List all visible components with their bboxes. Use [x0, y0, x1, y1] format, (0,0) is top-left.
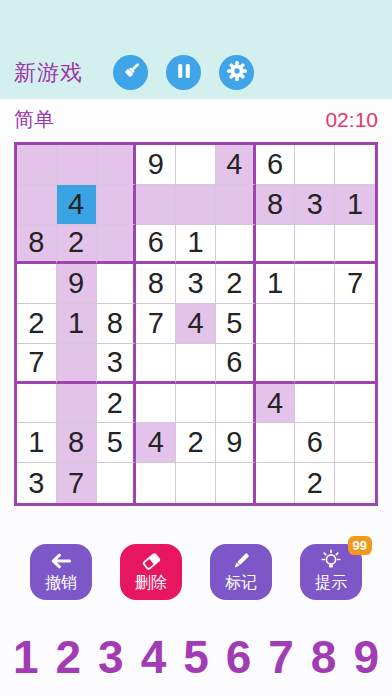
sudoku-cell-r7c5[interactable] — [176, 384, 216, 424]
sudoku-cell-r7c7[interactable]: 4 — [256, 384, 296, 424]
gear-icon — [226, 60, 248, 85]
paintbrush-icon — [120, 60, 142, 85]
sudoku-cell-r8c7[interactable] — [256, 423, 296, 463]
sudoku-cell-r4c4[interactable]: 8 — [136, 264, 176, 304]
timer-label: 02:10 — [325, 108, 378, 132]
sudoku-cell-r5c1[interactable]: 2 — [17, 304, 57, 344]
info-bar: 简单 02:10 — [0, 99, 392, 140]
sudoku-cell-r6c9[interactable] — [335, 344, 375, 384]
sudoku-cell-r3c4[interactable]: 6 — [136, 225, 176, 265]
sudoku-cell-r1c4[interactable]: 9 — [136, 145, 176, 185]
hint-label: 提示 — [315, 573, 347, 594]
sudoku-cell-r6c2[interactable] — [57, 344, 97, 384]
sudoku-cell-r8c4[interactable]: 4 — [136, 423, 176, 463]
sudoku-cell-r3c5[interactable]: 1 — [176, 225, 216, 265]
sudoku-cell-r8c9[interactable] — [335, 423, 375, 463]
numpad-key-1[interactable]: 1 — [13, 634, 39, 680]
sudoku-cell-r6c7[interactable] — [256, 344, 296, 384]
sudoku-cell-r3c2[interactable]: 2 — [57, 225, 97, 265]
sudoku-board: 94648318261983217218745736241854296372 — [14, 142, 378, 506]
sudoku-cell-r3c1[interactable]: 8 — [17, 225, 57, 265]
sudoku-cell-r2c2[interactable]: 4 — [57, 185, 97, 225]
undo-label: 撤销 — [45, 573, 77, 594]
sudoku-cell-r8c5[interactable]: 2 — [176, 423, 216, 463]
sudoku-cell-r3c8[interactable] — [295, 225, 335, 265]
sudoku-cell-r2c9[interactable]: 1 — [335, 185, 375, 225]
sudoku-cell-r9c7[interactable] — [256, 463, 296, 503]
sudoku-cell-r4c6[interactable]: 2 — [216, 264, 256, 304]
sudoku-cell-r6c3[interactable]: 3 — [97, 344, 137, 384]
sudoku-cell-r4c5[interactable]: 3 — [176, 264, 216, 304]
sudoku-cell-r1c6[interactable]: 4 — [216, 145, 256, 185]
sudoku-cell-r9c3[interactable] — [97, 463, 137, 503]
new-game-button[interactable]: 新游戏 — [14, 58, 83, 88]
number-pad: 123456789 — [0, 634, 392, 680]
sudoku-cell-r2c7[interactable]: 8 — [256, 185, 296, 225]
sudoku-cell-r4c2[interactable]: 9 — [57, 264, 97, 304]
action-button-row: 撤销 删除 — [0, 544, 392, 600]
sudoku-cell-r8c8[interactable]: 6 — [295, 423, 335, 463]
sudoku-cell-r2c3[interactable] — [97, 185, 137, 225]
sudoku-app-screen: 新游戏 — [0, 0, 392, 696]
sudoku-cell-r6c8[interactable] — [295, 344, 335, 384]
sudoku-cell-r2c5[interactable] — [176, 185, 216, 225]
sudoku-cell-r9c5[interactable] — [176, 463, 216, 503]
sudoku-cell-r3c3[interactable] — [97, 225, 137, 265]
numpad-key-5[interactable]: 5 — [183, 634, 209, 680]
mark-label: 标记 — [225, 573, 257, 594]
sudoku-cell-r9c9[interactable] — [335, 463, 375, 503]
sudoku-cell-r9c6[interactable] — [216, 463, 256, 503]
sudoku-cell-r7c9[interactable] — [335, 384, 375, 424]
sudoku-cell-r3c9[interactable] — [335, 225, 375, 265]
top-header-bar: 新游戏 — [0, 0, 392, 99]
numpad-key-7[interactable]: 7 — [268, 634, 294, 680]
eraser-icon — [139, 550, 163, 572]
sudoku-cell-r1c3[interactable] — [97, 145, 137, 185]
sudoku-cell-r9c8[interactable]: 2 — [295, 463, 335, 503]
sudoku-cell-r5c3[interactable]: 8 — [97, 304, 137, 344]
sudoku-cell-r3c6[interactable] — [216, 225, 256, 265]
numpad-key-3[interactable]: 3 — [98, 634, 124, 680]
sudoku-cell-r1c2[interactable] — [57, 145, 97, 185]
undo-button[interactable]: 撤销 — [30, 544, 92, 600]
sudoku-cell-r9c2[interactable]: 7 — [57, 463, 97, 503]
sudoku-cell-r1c8[interactable] — [295, 145, 335, 185]
sudoku-cell-r5c7[interactable] — [256, 304, 296, 344]
numpad-key-4[interactable]: 4 — [141, 634, 167, 680]
sudoku-cell-r7c2[interactable] — [57, 384, 97, 424]
sudoku-cell-r7c3[interactable]: 2 — [97, 384, 137, 424]
pause-button[interactable] — [166, 55, 201, 90]
sudoku-cell-r4c7[interactable]: 1 — [256, 264, 296, 304]
sudoku-cell-r1c9[interactable] — [335, 145, 375, 185]
sudoku-cell-r2c8[interactable]: 3 — [295, 185, 335, 225]
sudoku-cell-r8c2[interactable]: 8 — [57, 423, 97, 463]
sudoku-cell-r6c1[interactable]: 7 — [17, 344, 57, 384]
hint-count-badge: 99 — [348, 536, 372, 555]
mark-button[interactable]: 标记 — [210, 544, 272, 600]
sudoku-cell-r7c1[interactable] — [17, 384, 57, 424]
sudoku-cell-r1c5[interactable] — [176, 145, 216, 185]
sudoku-cell-r3c7[interactable] — [256, 225, 296, 265]
pause-icon — [174, 61, 194, 84]
sudoku-cell-r4c8[interactable] — [295, 264, 335, 304]
sudoku-cell-r8c1[interactable]: 1 — [17, 423, 57, 463]
sudoku-cell-r5c9[interactable] — [335, 304, 375, 344]
difficulty-label: 简单 — [14, 106, 54, 133]
settings-button[interactable] — [219, 55, 254, 90]
sudoku-cell-r8c3[interactable]: 5 — [97, 423, 137, 463]
hint-button[interactable]: 99 提示 — [300, 544, 362, 600]
delete-button[interactable]: 删除 — [120, 544, 182, 600]
sudoku-cell-r4c9[interactable]: 7 — [335, 264, 375, 304]
sudoku-cell-r5c6[interactable]: 5 — [216, 304, 256, 344]
lightbulb-icon — [319, 550, 343, 572]
delete-label: 删除 — [135, 573, 167, 594]
sudoku-cell-r6c5[interactable] — [176, 344, 216, 384]
undo-arrow-icon — [49, 550, 73, 572]
sudoku-cell-r9c4[interactable] — [136, 463, 176, 503]
numpad-key-8[interactable]: 8 — [311, 634, 337, 680]
numpad-key-9[interactable]: 9 — [353, 634, 379, 680]
sudoku-cell-r2c1[interactable] — [17, 185, 57, 225]
theme-paintbrush-button[interactable] — [113, 55, 148, 90]
sudoku-cell-r5c8[interactable] — [295, 304, 335, 344]
numpad-key-2[interactable]: 2 — [56, 634, 82, 680]
sudoku-cell-r2c4[interactable] — [136, 185, 176, 225]
sudoku-cell-r8c6[interactable]: 9 — [216, 423, 256, 463]
sudoku-cell-r7c4[interactable] — [136, 384, 176, 424]
sudoku-cell-r7c8[interactable] — [295, 384, 335, 424]
sudoku-cell-r1c7[interactable]: 6 — [256, 145, 296, 185]
sudoku-cell-r6c4[interactable] — [136, 344, 176, 384]
sudoku-cell-r5c2[interactable]: 1 — [57, 304, 97, 344]
sudoku-cell-r9c1[interactable]: 3 — [17, 463, 57, 503]
sudoku-cell-r5c4[interactable]: 7 — [136, 304, 176, 344]
sudoku-cell-r4c3[interactable] — [97, 264, 137, 304]
numpad-key-6[interactable]: 6 — [226, 634, 252, 680]
sudoku-cell-r4c1[interactable] — [17, 264, 57, 304]
pencil-icon — [230, 550, 252, 572]
sudoku-cell-r2c6[interactable] — [216, 185, 256, 225]
sudoku-cell-r6c6[interactable]: 6 — [216, 344, 256, 384]
sudoku-cell-r5c5[interactable]: 4 — [176, 304, 216, 344]
sudoku-cell-r1c1[interactable] — [17, 145, 57, 185]
sudoku-cell-r7c6[interactable] — [216, 384, 256, 424]
